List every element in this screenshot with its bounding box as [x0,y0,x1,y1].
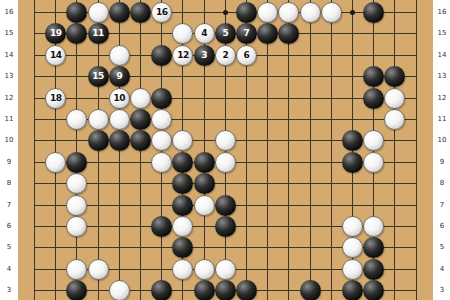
move-number: 19 [50,29,62,38]
move-number: 18 [50,94,62,103]
black-stone [194,280,215,300]
row-label: 5 [434,243,450,251]
black-stone [151,45,172,66]
white-stone: 18 [45,88,66,109]
row-label: 3 [1,286,17,294]
white-stone [300,2,321,23]
row-label: 14 [434,51,450,59]
black-stone [363,88,384,109]
white-stone [130,88,151,109]
grid-line-vertical [331,0,332,300]
grid-line-vertical [310,0,311,300]
row-label: 9 [434,158,450,166]
black-stone: 11 [88,23,109,44]
white-stone: 10 [109,88,130,109]
row-label: 5 [1,243,17,251]
white-stone: 14 [45,45,66,66]
go-diagram: 161514131211109876543 161514131211109876… [0,0,450,300]
black-stone [66,280,87,300]
row-label: 6 [434,222,450,230]
white-stone [384,88,405,109]
grid-line-horizontal [34,98,417,99]
black-stone [151,280,172,300]
row-label: 16 [434,8,450,16]
move-number: 16 [156,8,168,17]
black-stone [342,152,363,173]
black-stone [130,2,151,23]
white-stone [215,152,236,173]
white-stone [88,259,109,280]
white-stone [342,216,363,237]
row-label: 4 [1,265,17,273]
move-number: 15 [92,72,104,81]
white-stone [109,45,130,66]
grid-line-vertical [76,0,77,300]
black-stone [151,88,172,109]
black-stone [300,280,321,300]
white-stone [66,195,87,216]
grid-line-vertical [34,0,35,300]
star-point [350,10,355,15]
black-stone [215,216,236,237]
move-number: 6 [244,51,250,60]
row-label: 10 [1,136,17,144]
black-stone [363,280,384,300]
row-label: 16 [1,8,17,16]
row-label: 9 [1,158,17,166]
grid-line-vertical [416,0,417,300]
move-number: 4 [201,29,207,38]
move-number: 12 [177,51,189,60]
white-stone [342,259,363,280]
black-stone [215,195,236,216]
white-stone [194,195,215,216]
row-label: 11 [1,115,17,123]
black-stone [130,109,151,130]
row-label: 7 [434,201,450,209]
row-label: 15 [1,29,17,37]
black-stone [342,280,363,300]
white-stone [45,152,66,173]
black-stone [363,259,384,280]
black-stone [172,195,193,216]
row-label: 4 [434,265,450,273]
white-stone: 2 [215,45,236,66]
white-stone: 4 [194,23,215,44]
white-stone [88,109,109,130]
white-stone [151,152,172,173]
row-label: 13 [434,72,450,80]
star-point [223,10,228,15]
white-stone: 6 [236,45,257,66]
white-stone [88,2,109,23]
white-stone [109,280,130,300]
move-number: 14 [50,51,62,60]
black-stone [194,173,215,194]
move-number: 7 [244,29,250,38]
row-label: 12 [1,94,17,102]
move-number: 5 [222,29,228,38]
white-stone [215,259,236,280]
row-label: 15 [434,29,450,37]
row-label: 7 [1,201,17,209]
row-label: 10 [434,136,450,144]
black-stone: 3 [194,45,215,66]
row-label: 14 [1,51,17,59]
black-stone [88,130,109,151]
row-label: 8 [1,179,17,187]
move-number: 10 [114,94,126,103]
row-label: 13 [1,72,17,80]
grid-line-vertical [394,0,395,300]
move-number: 3 [201,51,207,60]
black-stone [236,280,257,300]
white-stone [363,152,384,173]
black-stone [109,2,130,23]
row-label: 8 [434,179,450,187]
white-stone [194,259,215,280]
move-number: 9 [116,72,122,81]
grid-line-vertical [267,0,268,300]
white-stone [321,2,342,23]
black-stone [194,152,215,173]
row-label: 3 [434,286,450,294]
black-stone [215,280,236,300]
grid-line-vertical [288,0,289,300]
row-label: 11 [434,115,450,123]
move-number: 2 [222,51,228,60]
grid-line-horizontal [34,183,417,184]
white-stone [109,109,130,130]
black-stone: 9 [109,66,130,87]
row-label: 12 [434,94,450,102]
move-number: 11 [92,29,104,38]
row-label: 6 [1,222,17,230]
black-stone: 15 [88,66,109,87]
black-stone [236,2,257,23]
